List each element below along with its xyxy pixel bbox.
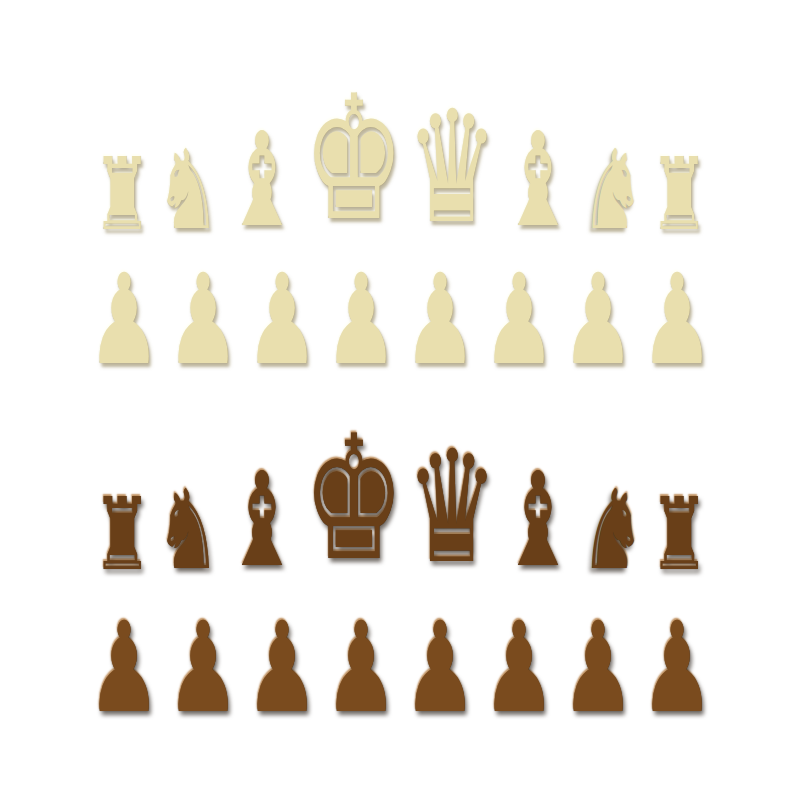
white-rook-glyph-icon: ♜ — [649, 145, 708, 245]
white-knight: ♞ — [582, 159, 643, 245]
black-pawn: ♟ — [247, 632, 316, 730]
black-pawn: ♟ — [89, 632, 158, 730]
white-pawn: ♟ — [484, 284, 553, 382]
black-rook: ♜ — [94, 507, 149, 585]
white-pawn-glyph-icon: ♟ — [166, 257, 240, 382]
white-rook: ♜ — [651, 167, 706, 245]
white-pawn: ♟ — [247, 284, 316, 382]
white-pawn-glyph-icon: ♟ — [561, 257, 635, 382]
white-bishop: ♝ — [502, 144, 574, 245]
chess-set-photo: ♜♞♝♚♛♝♞♜ ♟♟♟♟♟♟♟♟ ♜♞♝♚♛♝♞♜ ♟♟♟♟♟♟♟♟ — [0, 0, 800, 800]
white-pawn: ♟ — [326, 284, 395, 382]
black-pawn-glyph-icon: ♟ — [561, 605, 635, 730]
black-queen: ♛ — [409, 464, 494, 585]
black-knight-glyph-icon: ♞ — [155, 475, 220, 585]
black-pawn-glyph-icon: ♟ — [166, 605, 240, 730]
black-pawn-row: ♟♟♟♟♟♟♟♟ — [0, 632, 800, 730]
white-pawn-glyph-icon: ♟ — [324, 257, 398, 382]
white-king: ♚ — [306, 111, 401, 245]
black-king-glyph-icon: ♚ — [303, 413, 405, 585]
black-queen-glyph-icon: ♛ — [406, 430, 498, 585]
black-pawn: ♟ — [405, 632, 474, 730]
white-pawn-glyph-icon: ♟ — [245, 257, 319, 382]
white-back-row: ♜♞♝♚♛♝♞♜ — [0, 111, 800, 245]
white-queen: ♛ — [409, 124, 494, 245]
white-bishop: ♝ — [226, 144, 298, 245]
white-knight-glyph-icon: ♞ — [580, 135, 645, 245]
white-bishop-glyph-icon: ♝ — [500, 115, 577, 245]
white-rook: ♜ — [94, 167, 149, 245]
white-queen-glyph-icon: ♛ — [406, 90, 498, 245]
black-pawn: ♟ — [642, 632, 711, 730]
white-king-glyph-icon: ♚ — [303, 73, 405, 245]
black-bishop-glyph-icon: ♝ — [224, 455, 301, 585]
white-pawn-row: ♟♟♟♟♟♟♟♟ — [0, 284, 800, 382]
black-knight: ♞ — [582, 499, 643, 585]
black-bishop-glyph-icon: ♝ — [500, 455, 577, 585]
white-pawn-glyph-icon: ♟ — [482, 257, 556, 382]
black-pawn: ♟ — [484, 632, 553, 730]
white-pawn-glyph-icon: ♟ — [87, 257, 161, 382]
white-pawn-glyph-icon: ♟ — [640, 257, 714, 382]
white-pawn: ♟ — [563, 284, 632, 382]
black-king: ♚ — [306, 451, 401, 585]
white-knight: ♞ — [157, 159, 218, 245]
black-rook-glyph-icon: ♜ — [649, 485, 708, 585]
white-pawn: ♟ — [89, 284, 158, 382]
white-rook-glyph-icon: ♜ — [92, 145, 151, 245]
black-rook: ♜ — [651, 507, 706, 585]
white-bishop-glyph-icon: ♝ — [224, 115, 301, 245]
white-pawn: ♟ — [642, 284, 711, 382]
black-bishop: ♝ — [226, 484, 298, 585]
white-knight-glyph-icon: ♞ — [155, 135, 220, 245]
white-pawn: ♟ — [168, 284, 237, 382]
black-pawn-glyph-icon: ♟ — [87, 605, 161, 730]
black-pawn: ♟ — [563, 632, 632, 730]
white-pawn-glyph-icon: ♟ — [403, 257, 477, 382]
black-pawn: ♟ — [326, 632, 395, 730]
black-back-row: ♜♞♝♚♛♝♞♜ — [0, 451, 800, 585]
black-knight-glyph-icon: ♞ — [580, 475, 645, 585]
black-bishop: ♝ — [502, 484, 574, 585]
black-pawn-glyph-icon: ♟ — [482, 605, 556, 730]
black-pawn-glyph-icon: ♟ — [640, 605, 714, 730]
black-pawn-glyph-icon: ♟ — [324, 605, 398, 730]
black-rook-glyph-icon: ♜ — [92, 485, 151, 585]
white-pawn: ♟ — [405, 284, 474, 382]
black-pawn-glyph-icon: ♟ — [403, 605, 477, 730]
black-pawn-glyph-icon: ♟ — [245, 605, 319, 730]
black-knight: ♞ — [157, 499, 218, 585]
black-pawn: ♟ — [168, 632, 237, 730]
